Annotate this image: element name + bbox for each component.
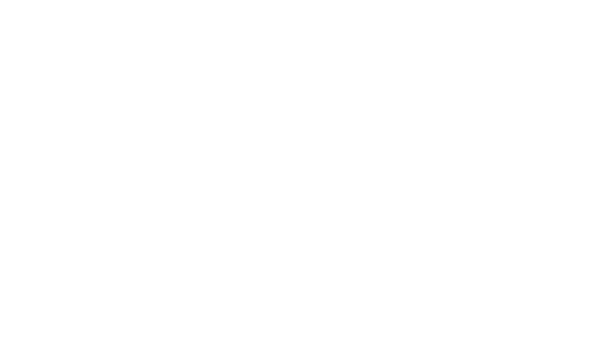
chessboard-photo [0,0,600,360]
photo-stage [0,0,600,360]
